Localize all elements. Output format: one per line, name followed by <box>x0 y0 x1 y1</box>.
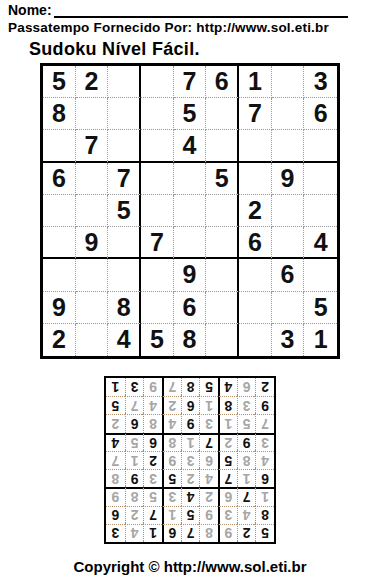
puzzle-cell-r3c2[interactable]: 7 <box>76 130 109 162</box>
solution-cell-r6c2: 9 <box>237 433 256 451</box>
solution-cell-r9c3: 4 <box>218 378 237 396</box>
puzzle-cell-r9c8[interactable]: 3 <box>272 324 305 356</box>
solution-cell-r2c9: 6 <box>106 506 125 524</box>
solution-cell-r1c5: 7 <box>181 524 200 542</box>
solution-cell-r4c2: 1 <box>237 469 256 487</box>
puzzle-cell-r4c3[interactable]: 7 <box>108 163 141 195</box>
solution-cell-r7c7: 8 <box>143 414 162 432</box>
puzzle-cell-r5c4[interactable] <box>141 195 174 227</box>
provided-by-text: Passatempo Fornecido Por: http://www.sol… <box>8 20 329 35</box>
solution-cell-r2c5: 5 <box>181 506 200 524</box>
puzzle-cell-r7c6[interactable] <box>206 259 239 291</box>
puzzle-cell-r1c6[interactable]: 6 <box>206 66 239 98</box>
puzzle-cell-r6c2[interactable]: 9 <box>76 227 109 259</box>
puzzle-cell-r9c3[interactable]: 4 <box>108 324 141 356</box>
solution-cell-r4c8: 9 <box>125 469 144 487</box>
solution-cell-r8c6: 2 <box>162 396 181 414</box>
puzzle-cell-r9c5[interactable]: 8 <box>174 324 207 356</box>
puzzle-cell-r9c1[interactable]: 2 <box>43 324 76 356</box>
solution-cell-r6c3: 2 <box>218 433 237 451</box>
solution-cell-r5c3: 5 <box>218 451 237 469</box>
puzzle-cell-r2c5[interactable]: 5 <box>174 98 207 130</box>
name-row: Nome: <box>8 2 348 18</box>
puzzle-cell-r9c9[interactable]: 1 <box>304 324 337 356</box>
puzzle-cell-r3c3[interactable] <box>108 130 141 162</box>
puzzle-cell-r8c5[interactable]: 6 <box>174 292 207 324</box>
puzzle-cell-r5c9[interactable] <box>304 195 337 227</box>
puzzle-cell-r9c6[interactable] <box>206 324 239 356</box>
page-title: Sudoku Nível Fácil. <box>29 39 200 60</box>
solution-cell-r5c6: 9 <box>162 451 181 469</box>
solution-cell-r2c3: 3 <box>218 506 237 524</box>
puzzle-cell-r2c9[interactable]: 6 <box>304 98 337 130</box>
puzzle-cell-r7c8[interactable]: 6 <box>272 259 305 291</box>
solution-cell-r7c1: 7 <box>255 414 274 432</box>
solution-cell-r4c9: 8 <box>106 469 125 487</box>
solution-cell-r4c4: 4 <box>199 469 218 487</box>
solution-cell-r6c4: 7 <box>199 433 218 451</box>
solution-cell-r8c7: 4 <box>143 396 162 414</box>
puzzle-cell-r5c5[interactable] <box>174 195 207 227</box>
solution-cell-r5c2: 8 <box>237 451 256 469</box>
solution-cell-r3c2: 7 <box>237 487 256 505</box>
puzzle-cell-r3c1[interactable] <box>43 130 76 162</box>
puzzle-cell-r6c7[interactable]: 6 <box>239 227 272 259</box>
puzzle-cell-r5c6[interactable] <box>206 195 239 227</box>
solution-cell-r2c4: 9 <box>199 506 218 524</box>
solution-cell-r5c9: 7 <box>106 451 125 469</box>
puzzle-cell-r5c1[interactable] <box>43 195 76 227</box>
puzzle-cell-r8c1[interactable]: 9 <box>43 292 76 324</box>
puzzle-cell-r1c7[interactable]: 1 <box>239 66 272 98</box>
solution-cell-r6c9: 4 <box>106 433 125 451</box>
solution-cell-r9c9: 1 <box>106 378 125 396</box>
solution-cell-r6c6: 8 <box>162 433 181 451</box>
puzzle-cell-r6c6[interactable] <box>206 227 239 259</box>
puzzle-cell-r4c4[interactable] <box>141 163 174 195</box>
solution-cell-r6c5: 1 <box>181 433 200 451</box>
solution-cell-r9c1: 2 <box>255 378 274 396</box>
puzzle-cell-r4c6[interactable]: 5 <box>206 163 239 195</box>
puzzle-cell-r8c2[interactable] <box>76 292 109 324</box>
solution-cell-r7c5: 9 <box>181 414 200 432</box>
solution-cell-r2c1: 8 <box>255 506 274 524</box>
solution-cell-r7c8: 6 <box>125 414 144 432</box>
solution-cell-r7c9: 2 <box>106 414 125 432</box>
solution-cell-r2c2: 4 <box>237 506 256 524</box>
puzzle-cell-r3c6[interactable] <box>206 130 239 162</box>
solution-cell-r1c9: 3 <box>106 524 125 542</box>
solution-cell-r4c6: 5 <box>162 469 181 487</box>
solution-cell-r3c7: 5 <box>143 487 162 505</box>
solution-cell-r3c5: 4 <box>181 487 200 505</box>
puzzle-cell-r5c7[interactable]: 2 <box>239 195 272 227</box>
solution-cell-r7c4: 3 <box>199 414 218 432</box>
solution-cell-r8c1: 9 <box>255 396 274 414</box>
puzzle-cell-r9c2[interactable] <box>76 324 109 356</box>
solution-cell-r9c6: 7 <box>162 378 181 396</box>
puzzle-cell-r6c4[interactable]: 7 <box>141 227 174 259</box>
solution-cell-r1c8: 4 <box>125 524 144 542</box>
puzzle-cell-r7c9[interactable] <box>304 259 337 291</box>
solution-cell-r3c3: 6 <box>218 487 237 505</box>
puzzle-cell-r1c5[interactable]: 7 <box>174 66 207 98</box>
solution-cell-r4c1: 6 <box>255 469 274 487</box>
puzzle-cell-r7c1[interactable] <box>43 259 76 291</box>
solution-cell-r6c8: 5 <box>125 433 144 451</box>
solution-cell-r5c5: 3 <box>181 451 200 469</box>
puzzle-cell-r2c3[interactable] <box>108 98 141 130</box>
puzzle-cell-r8c6[interactable] <box>206 292 239 324</box>
solution-cell-r3c9: 9 <box>106 487 125 505</box>
puzzle-cell-r2c2[interactable] <box>76 98 109 130</box>
solution-cell-r1c4: 8 <box>199 524 218 542</box>
puzzle-cell-r2c8[interactable] <box>272 98 305 130</box>
puzzle-cell-r9c4[interactable]: 5 <box>141 324 174 356</box>
puzzle-cell-r3c7[interactable] <box>239 130 272 162</box>
puzzle-cell-r5c3[interactable]: 5 <box>108 195 141 227</box>
puzzle-cell-r6c9[interactable]: 4 <box>304 227 337 259</box>
puzzle-cell-r3c9[interactable] <box>304 130 337 162</box>
puzzle-cell-r8c3[interactable]: 8 <box>108 292 141 324</box>
solution-cell-r3c6: 3 <box>162 487 181 505</box>
puzzle-cell-r6c1[interactable] <box>43 227 76 259</box>
solution-grid-wrapper: 5298761438439517261762435896174253984856… <box>104 376 276 544</box>
solution-cell-r6c1: 3 <box>255 433 274 451</box>
solution-cell-r1c6: 6 <box>162 524 181 542</box>
solution-cell-r9c8: 3 <box>125 378 144 396</box>
solution-cell-r7c6: 4 <box>162 414 181 432</box>
solution-cell-r7c2: 5 <box>237 414 256 432</box>
solution-cell-r3c1: 1 <box>255 487 274 505</box>
puzzle-cell-r1c3[interactable] <box>108 66 141 98</box>
puzzle-cell-r4c8[interactable]: 9 <box>272 163 305 195</box>
solution-cell-r2c8: 2 <box>125 506 144 524</box>
puzzle-cell-r7c5[interactable]: 9 <box>174 259 207 291</box>
puzzle-cell-r4c1[interactable]: 6 <box>43 163 76 195</box>
solution-cell-r9c4: 5 <box>199 378 218 396</box>
puzzle-cell-r1c1[interactable]: 5 <box>43 66 76 98</box>
puzzle-cell-r1c4[interactable] <box>141 66 174 98</box>
puzzle-cell-r2c7[interactable]: 7 <box>239 98 272 130</box>
puzzle-cell-r8c7[interactable] <box>239 292 272 324</box>
solution-cell-r9c7: 9 <box>143 378 162 396</box>
solution-cell-r9c5: 8 <box>181 378 200 396</box>
solution-cell-r4c3: 7 <box>218 469 237 487</box>
puzzle-cell-r6c5[interactable] <box>174 227 207 259</box>
puzzle-cell-r2c4[interactable] <box>141 98 174 130</box>
solution-cell-r7c3: 1 <box>218 414 237 432</box>
puzzle-cell-r3c5[interactable]: 4 <box>174 130 207 162</box>
solution-cell-r5c1: 4 <box>255 451 274 469</box>
puzzle-cell-r8c4[interactable] <box>141 292 174 324</box>
puzzle-cell-r2c1[interactable]: 8 <box>43 98 76 130</box>
solution-cell-r8c9: 5 <box>106 396 125 414</box>
puzzle-cell-r3c4[interactable] <box>141 130 174 162</box>
solution-cell-r3c4: 2 <box>199 487 218 505</box>
solution-cell-r1c3: 9 <box>218 524 237 542</box>
puzzle-cell-r7c3[interactable] <box>108 259 141 291</box>
puzzle-cell-r7c4[interactable] <box>141 259 174 291</box>
puzzle-cell-r4c2[interactable] <box>76 163 109 195</box>
solution-cell-r1c2: 2 <box>237 524 256 542</box>
puzzle-cell-r8c8[interactable] <box>272 292 305 324</box>
solution-cell-r8c3: 8 <box>218 396 237 414</box>
solution-cell-r1c7: 1 <box>143 524 162 542</box>
puzzle-cell-r6c8[interactable] <box>272 227 305 259</box>
solution-cell-r8c5: 6 <box>181 396 200 414</box>
solution-cell-r5c7: 2 <box>143 451 162 469</box>
main-sudoku-grid: 5276138576746759529764969865245831 <box>40 63 340 359</box>
solution-cell-r3c8: 8 <box>125 487 144 505</box>
solution-cell-r5c8: 1 <box>125 451 144 469</box>
puzzle-cell-r4c9[interactable] <box>304 163 337 195</box>
solution-cell-r8c8: 7 <box>125 396 144 414</box>
solution-cell-r2c6: 1 <box>162 506 181 524</box>
puzzle-cell-r1c9[interactable]: 3 <box>304 66 337 98</box>
puzzle-cell-r2c6[interactable] <box>206 98 239 130</box>
puzzle-cell-r4c5[interactable] <box>174 163 207 195</box>
puzzle-cell-r3c8[interactable] <box>272 130 305 162</box>
solution-cell-r8c2: 3 <box>237 396 256 414</box>
solution-cell-r4c5: 2 <box>181 469 200 487</box>
puzzle-cell-r7c2[interactable] <box>76 259 109 291</box>
solution-cell-r2c7: 7 <box>143 506 162 524</box>
puzzle-cell-r5c2[interactable] <box>76 195 109 227</box>
puzzle-cell-r8c9[interactable]: 5 <box>304 292 337 324</box>
solution-cell-r4c7: 3 <box>143 469 162 487</box>
solution-cell-r6c7: 6 <box>143 433 162 451</box>
puzzle-cell-r4c7[interactable] <box>239 163 272 195</box>
puzzle-cell-r1c8[interactable] <box>272 66 305 98</box>
puzzle-cell-r9c7[interactable] <box>239 324 272 356</box>
solution-cell-r8c4: 1 <box>199 396 218 414</box>
copyright-text: Copyright © http://www.sol.eti.br <box>0 558 380 575</box>
name-underline <box>54 2 348 18</box>
puzzle-cell-r5c8[interactable] <box>272 195 305 227</box>
puzzle-cell-r1c2[interactable]: 2 <box>76 66 109 98</box>
puzzle-cell-r7c7[interactable] <box>239 259 272 291</box>
name-label: Nome: <box>8 2 52 18</box>
solution-cell-r1c1: 5 <box>255 524 274 542</box>
solution-cell-r5c4: 6 <box>199 451 218 469</box>
solution-grid: 5298761438439517261762435896174253984856… <box>104 376 276 544</box>
solution-cell-r9c2: 6 <box>237 378 256 396</box>
puzzle-cell-r6c3[interactable] <box>108 227 141 259</box>
